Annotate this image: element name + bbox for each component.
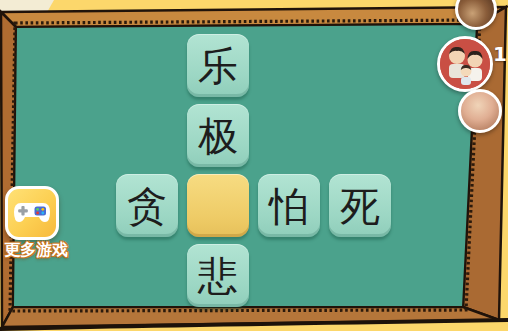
more-games-label: 更多游戏	[0, 240, 75, 261]
score-badge: 1	[493, 42, 508, 66]
tile-ji: 极	[187, 104, 249, 167]
tile-le: 乐	[187, 34, 249, 97]
family-cartoon-art	[440, 39, 490, 89]
puzzle-board: 乐 极 贪 怕 死 悲	[116, 34, 391, 307]
answer-slot[interactable]	[187, 174, 249, 237]
more-games-icon[interactable]	[5, 186, 59, 240]
tile-pa: 怕	[258, 174, 320, 237]
tile-si: 死	[329, 174, 391, 237]
woman-photo-avatar[interactable]	[458, 89, 502, 133]
tile-bei: 悲	[187, 244, 249, 307]
tile-tan: 贪	[116, 174, 178, 237]
family-cartoon-avatar[interactable]	[437, 36, 493, 92]
gamepad-icon	[12, 199, 52, 227]
game-screen: { "game": { "name": "chinese-idiom-cross…	[0, 0, 508, 331]
